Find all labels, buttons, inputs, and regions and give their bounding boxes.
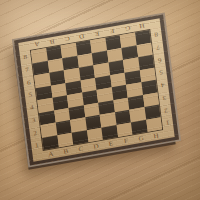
rank-label-1: 1 — [162, 116, 174, 130]
chess-board: ABCDEFGH ABCDEFGH 87654321 87654321 — [14, 14, 179, 165]
file-label-c: C — [73, 143, 89, 154]
file-label-g: G — [133, 133, 149, 144]
file-label-f: F — [118, 135, 134, 146]
photo-scene: ABCDEFGH ABCDEFGH 87654321 87654321 — [0, 0, 200, 200]
file-label-e: E — [103, 138, 119, 149]
file-label-a: A — [43, 148, 59, 159]
file-label-h: H — [148, 130, 164, 141]
rank-label-1: 1 — [31, 138, 43, 152]
file-label-d: D — [88, 140, 104, 151]
file-label-b: B — [58, 146, 74, 157]
